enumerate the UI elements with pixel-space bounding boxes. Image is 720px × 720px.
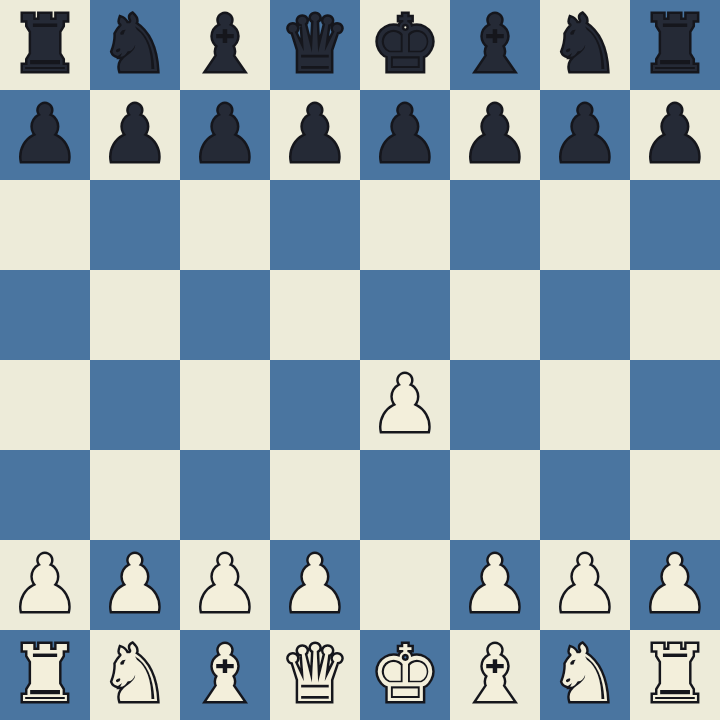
piece-black-bishop[interactable] [450,0,540,90]
square-c7[interactable] [180,90,270,180]
square-h3[interactable] [630,450,720,540]
square-h2[interactable] [630,540,720,630]
square-c1[interactable] [180,630,270,720]
square-c6[interactable] [180,180,270,270]
square-f8[interactable] [450,0,540,90]
piece-white-queen[interactable] [270,630,360,720]
piece-black-rook[interactable] [0,0,90,90]
square-b7[interactable] [90,90,180,180]
square-c3[interactable] [180,450,270,540]
square-h7[interactable] [630,90,720,180]
square-b4[interactable] [90,360,180,450]
piece-white-bishop[interactable] [450,630,540,720]
square-a5[interactable] [0,270,90,360]
piece-black-queen[interactable] [270,0,360,90]
piece-black-pawn[interactable] [630,90,720,180]
square-f5[interactable] [450,270,540,360]
square-h5[interactable] [630,270,720,360]
piece-white-pawn[interactable] [180,540,270,630]
square-d7[interactable] [270,90,360,180]
square-e1[interactable] [360,630,450,720]
square-e5[interactable] [360,270,450,360]
square-h6[interactable] [630,180,720,270]
square-a3[interactable] [0,450,90,540]
square-f2[interactable] [450,540,540,630]
square-c5[interactable] [180,270,270,360]
square-a4[interactable] [0,360,90,450]
square-f7[interactable] [450,90,540,180]
square-b6[interactable] [90,180,180,270]
piece-black-pawn[interactable] [540,90,630,180]
piece-black-king[interactable] [360,0,450,90]
square-g4[interactable] [540,360,630,450]
square-d8[interactable] [270,0,360,90]
square-g5[interactable] [540,270,630,360]
piece-black-pawn[interactable] [180,90,270,180]
piece-black-pawn[interactable] [450,90,540,180]
piece-black-pawn[interactable] [270,90,360,180]
square-a1[interactable] [0,630,90,720]
piece-white-pawn[interactable] [270,540,360,630]
piece-white-knight[interactable] [540,630,630,720]
piece-white-pawn[interactable] [540,540,630,630]
square-c4[interactable] [180,360,270,450]
square-h1[interactable] [630,630,720,720]
piece-white-rook[interactable] [0,630,90,720]
square-f6[interactable] [450,180,540,270]
piece-black-knight[interactable] [90,0,180,90]
square-d3[interactable] [270,450,360,540]
square-e4[interactable] [360,360,450,450]
square-h8[interactable] [630,0,720,90]
square-b2[interactable] [90,540,180,630]
square-f3[interactable] [450,450,540,540]
square-e8[interactable] [360,0,450,90]
piece-white-rook[interactable] [630,630,720,720]
square-c8[interactable] [180,0,270,90]
square-g8[interactable] [540,0,630,90]
square-e2[interactable] [360,540,450,630]
chess-board [0,0,720,720]
square-e7[interactable] [360,90,450,180]
piece-white-bishop[interactable] [180,630,270,720]
square-c2[interactable] [180,540,270,630]
piece-black-knight[interactable] [540,0,630,90]
piece-black-pawn[interactable] [360,90,450,180]
square-h4[interactable] [630,360,720,450]
piece-white-pawn[interactable] [90,540,180,630]
piece-white-knight[interactable] [90,630,180,720]
piece-white-king[interactable] [360,630,450,720]
square-b5[interactable] [90,270,180,360]
piece-black-bishop[interactable] [180,0,270,90]
square-d1[interactable] [270,630,360,720]
piece-white-pawn[interactable] [450,540,540,630]
square-f4[interactable] [450,360,540,450]
piece-black-pawn[interactable] [0,90,90,180]
piece-white-pawn[interactable] [360,360,450,450]
square-d6[interactable] [270,180,360,270]
piece-black-rook[interactable] [630,0,720,90]
square-g3[interactable] [540,450,630,540]
square-a6[interactable] [0,180,90,270]
square-a2[interactable] [0,540,90,630]
square-b1[interactable] [90,630,180,720]
square-e3[interactable] [360,450,450,540]
square-g6[interactable] [540,180,630,270]
square-g2[interactable] [540,540,630,630]
square-a7[interactable] [0,90,90,180]
square-d2[interactable] [270,540,360,630]
square-b8[interactable] [90,0,180,90]
piece-white-pawn[interactable] [0,540,90,630]
square-e6[interactable] [360,180,450,270]
square-f1[interactable] [450,630,540,720]
square-a8[interactable] [0,0,90,90]
square-g1[interactable] [540,630,630,720]
square-b3[interactable] [90,450,180,540]
square-d4[interactable] [270,360,360,450]
square-d5[interactable] [270,270,360,360]
piece-white-pawn[interactable] [630,540,720,630]
piece-black-pawn[interactable] [90,90,180,180]
square-g7[interactable] [540,90,630,180]
